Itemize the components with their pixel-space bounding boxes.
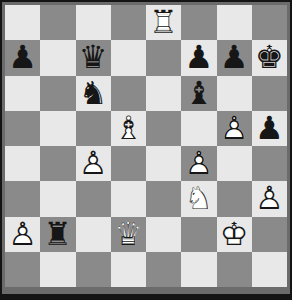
square-b6[interactable] [40, 76, 75, 111]
white-pawn: ♟♙ [181, 146, 216, 181]
square-b5[interactable] [40, 111, 75, 146]
square-c3[interactable] [76, 181, 111, 216]
white-queen: ♛♕ [111, 217, 146, 252]
square-f7[interactable]: ♟ [181, 40, 216, 75]
white-king: ♚♔ [217, 217, 252, 252]
white-pawn: ♟♙ [5, 217, 40, 252]
square-d2[interactable]: ♛♕ [111, 217, 146, 252]
square-a2[interactable]: ♟♙ [5, 217, 40, 252]
square-e2[interactable] [146, 217, 181, 252]
square-b8[interactable] [40, 5, 75, 40]
square-e6[interactable] [146, 76, 181, 111]
square-e7[interactable] [146, 40, 181, 75]
square-f5[interactable] [181, 111, 216, 146]
square-f3[interactable]: ♞♘ [181, 181, 216, 216]
square-a4[interactable] [5, 146, 40, 181]
square-h5[interactable]: ♟ [252, 111, 287, 146]
black-pawn: ♟ [181, 40, 216, 75]
square-b1[interactable] [40, 252, 75, 287]
black-bishop: ♝ [181, 76, 216, 111]
square-h2[interactable] [252, 217, 287, 252]
square-g4[interactable] [217, 146, 252, 181]
square-d8[interactable] [111, 5, 146, 40]
square-e5[interactable] [146, 111, 181, 146]
black-knight: ♞ [76, 76, 111, 111]
chess-board: ♜♖♟♛♟♟♚♞♝♝♗♟♙♟♟♙♟♙♞♘♟♙♟♙♜♛♕♚♔ [5, 5, 287, 287]
black-pawn: ♟ [5, 40, 40, 75]
white-pawn: ♟♙ [252, 181, 287, 216]
square-b3[interactable] [40, 181, 75, 216]
square-d7[interactable] [111, 40, 146, 75]
white-pawn: ♟♙ [217, 111, 252, 146]
square-a6[interactable] [5, 76, 40, 111]
square-g2[interactable]: ♚♔ [217, 217, 252, 252]
square-d3[interactable] [111, 181, 146, 216]
square-b2[interactable]: ♜ [40, 217, 75, 252]
square-c8[interactable] [76, 5, 111, 40]
square-g5[interactable]: ♟♙ [217, 111, 252, 146]
white-bishop: ♝♗ [111, 111, 146, 146]
square-d4[interactable] [111, 146, 146, 181]
square-g3[interactable] [217, 181, 252, 216]
square-a7[interactable]: ♟ [5, 40, 40, 75]
square-c4[interactable]: ♟♙ [76, 146, 111, 181]
square-h7[interactable]: ♚ [252, 40, 287, 75]
black-rook: ♜ [40, 217, 75, 252]
square-g1[interactable] [217, 252, 252, 287]
square-a3[interactable] [5, 181, 40, 216]
square-e1[interactable] [146, 252, 181, 287]
black-queen: ♛ [76, 40, 111, 75]
square-a5[interactable] [5, 111, 40, 146]
square-f1[interactable] [181, 252, 216, 287]
square-b7[interactable] [40, 40, 75, 75]
square-h3[interactable]: ♟♙ [252, 181, 287, 216]
square-c7[interactable]: ♛ [76, 40, 111, 75]
square-d5[interactable]: ♝♗ [111, 111, 146, 146]
square-c2[interactable] [76, 217, 111, 252]
board-frame: ♜♖♟♛♟♟♚♞♝♝♗♟♙♟♟♙♟♙♞♘♟♙♟♙♜♛♕♚♔ [0, 0, 292, 300]
white-knight: ♞♘ [181, 181, 216, 216]
square-g8[interactable] [217, 5, 252, 40]
square-a1[interactable] [5, 252, 40, 287]
square-g7[interactable]: ♟ [217, 40, 252, 75]
square-h4[interactable] [252, 146, 287, 181]
square-e8[interactable]: ♜♖ [146, 5, 181, 40]
square-a8[interactable] [5, 5, 40, 40]
square-d6[interactable] [111, 76, 146, 111]
square-f8[interactable] [181, 5, 216, 40]
square-h1[interactable] [252, 252, 287, 287]
square-h6[interactable] [252, 76, 287, 111]
square-d1[interactable] [111, 252, 146, 287]
black-pawn: ♟ [217, 40, 252, 75]
board-inner-border: ♜♖♟♛♟♟♚♞♝♝♗♟♙♟♟♙♟♙♞♘♟♙♟♙♜♛♕♚♔ [2, 2, 290, 294]
black-king: ♚ [252, 40, 287, 75]
square-e4[interactable] [146, 146, 181, 181]
square-e3[interactable] [146, 181, 181, 216]
black-pawn: ♟ [252, 111, 287, 146]
square-f6[interactable]: ♝ [181, 76, 216, 111]
square-b4[interactable] [40, 146, 75, 181]
square-f4[interactable]: ♟♙ [181, 146, 216, 181]
square-h8[interactable] [252, 5, 287, 40]
square-f2[interactable] [181, 217, 216, 252]
square-c1[interactable] [76, 252, 111, 287]
white-rook: ♜♖ [146, 5, 181, 40]
square-c6[interactable]: ♞ [76, 76, 111, 111]
square-c5[interactable] [76, 111, 111, 146]
square-g6[interactable] [217, 76, 252, 111]
white-pawn: ♟♙ [76, 146, 111, 181]
